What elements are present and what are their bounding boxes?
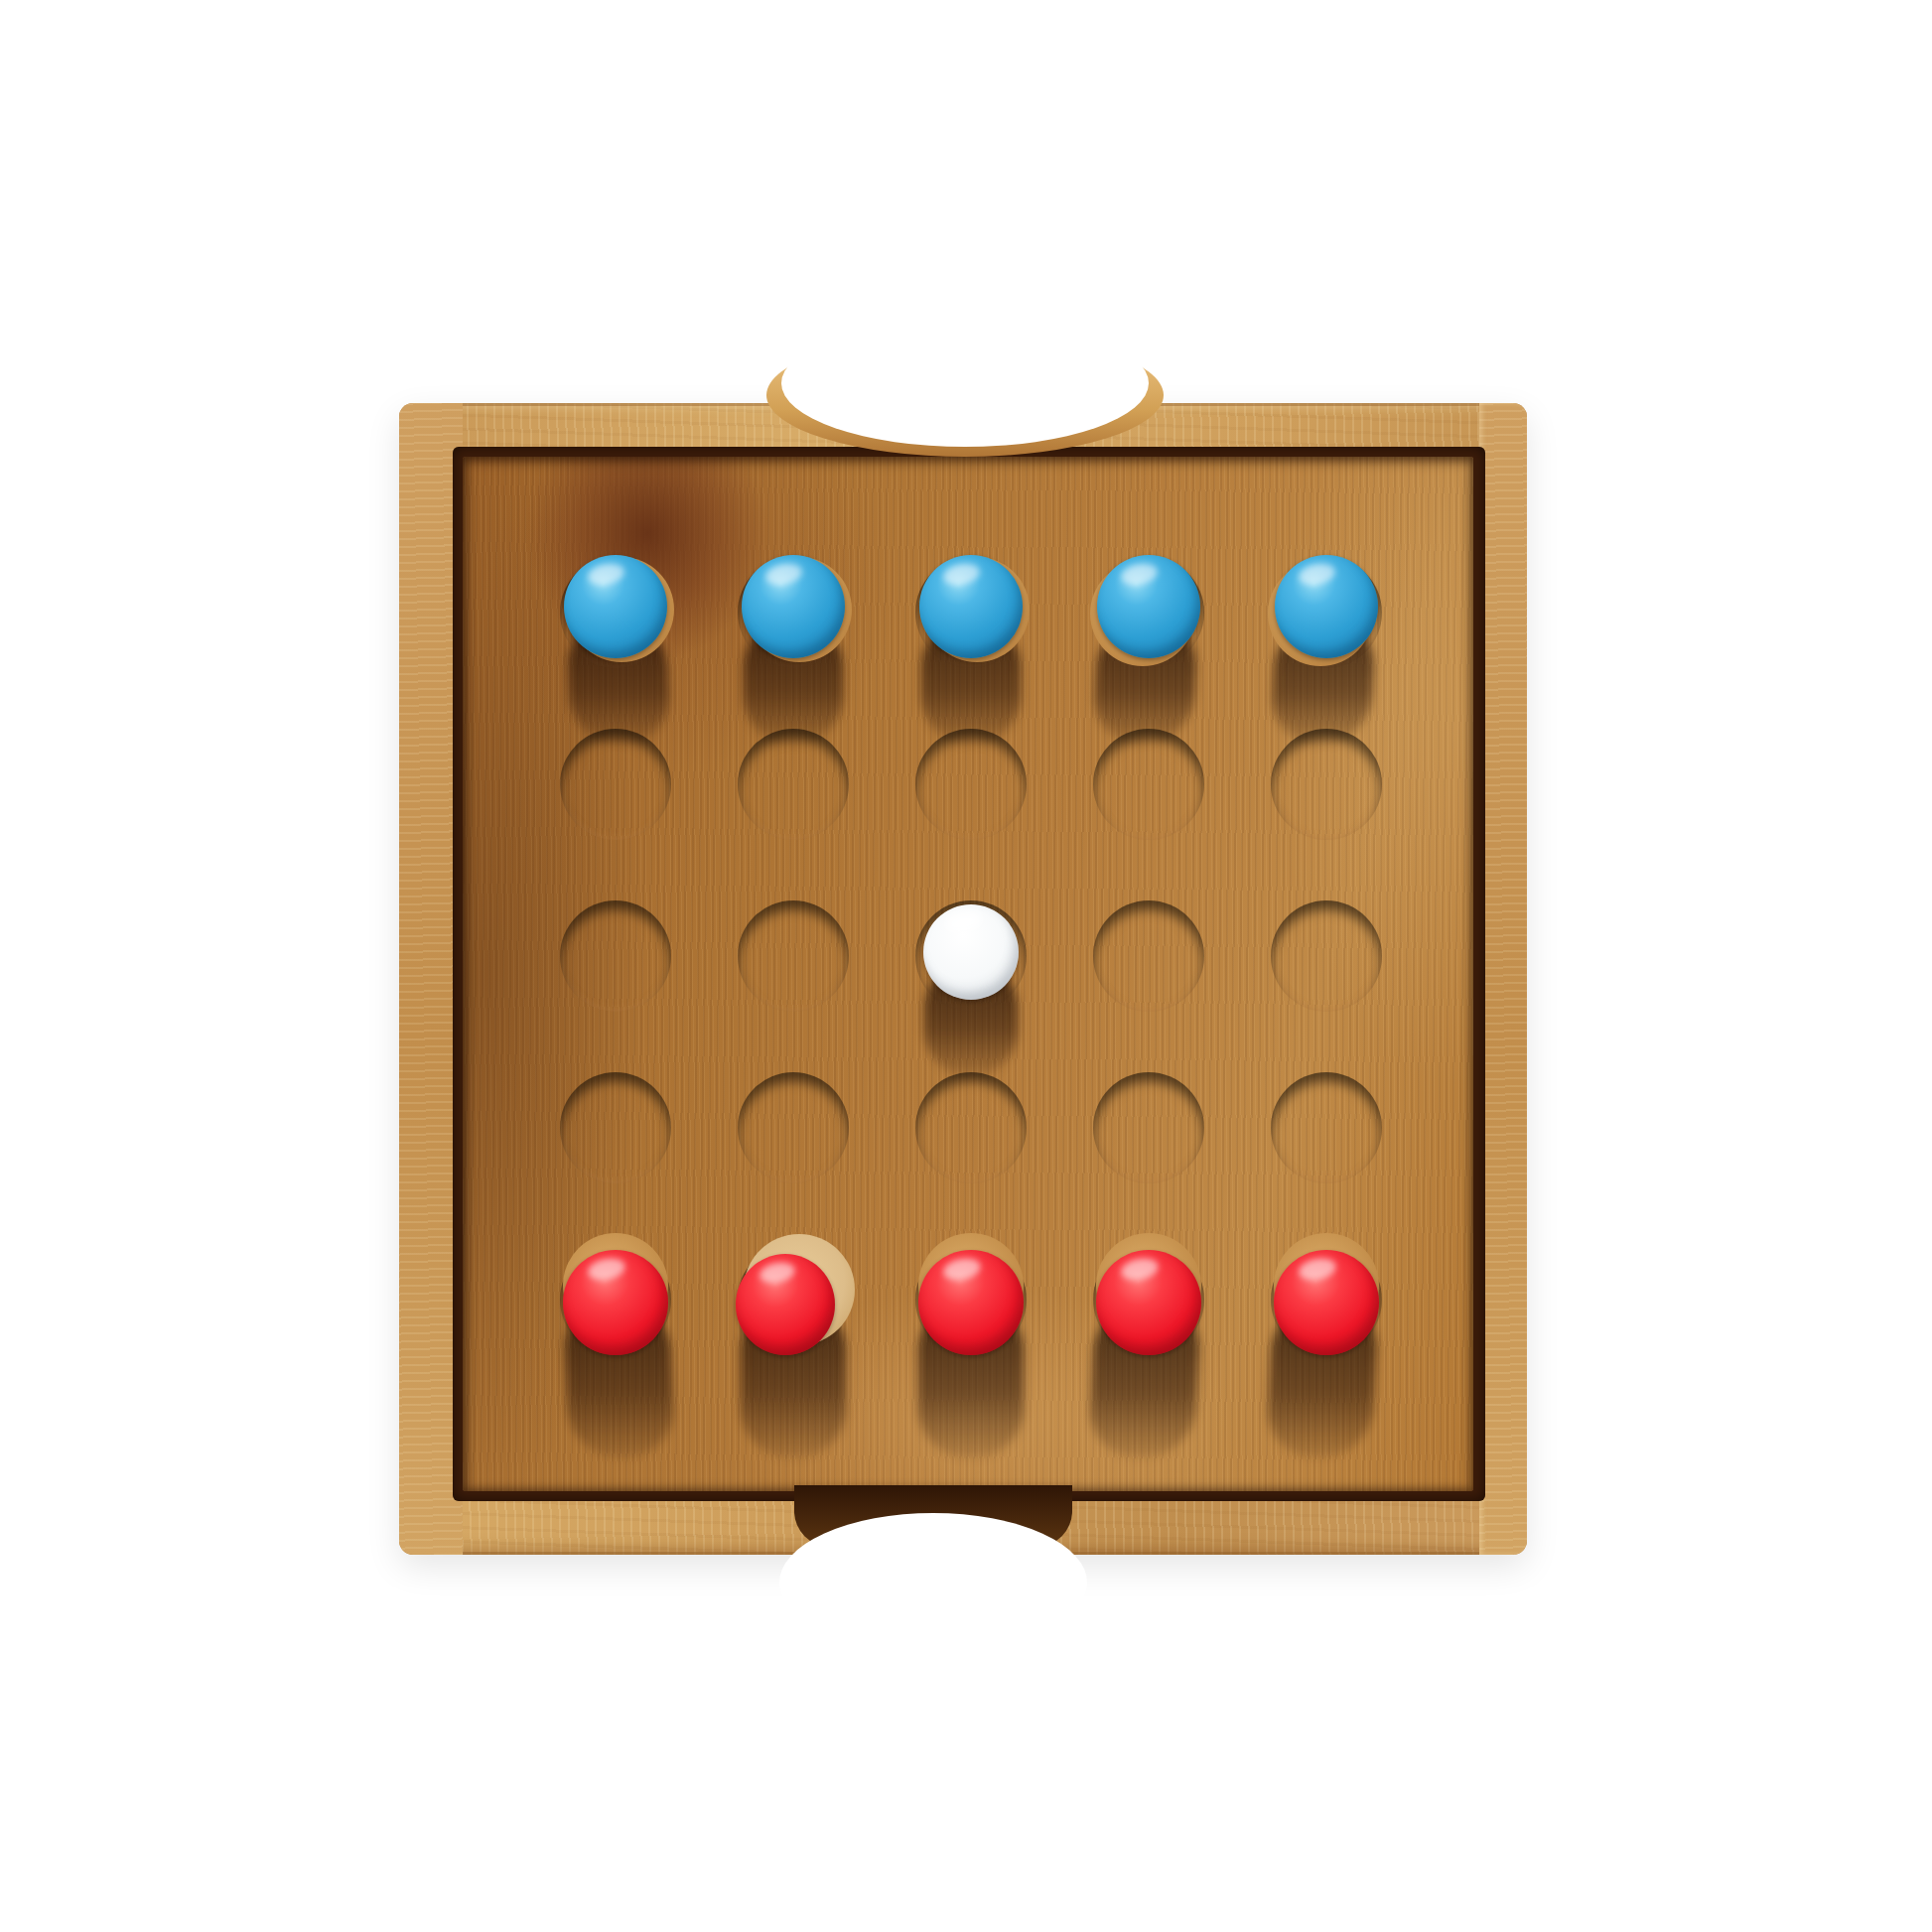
cell-r4c5[interactable] [1237,1041,1415,1213]
board-hole [560,729,671,840]
peg-cap [563,1250,668,1355]
photo-canvas [0,0,1932,1932]
cell-r1c5[interactable] [1237,526,1415,698]
cell-r2c3[interactable] [882,698,1059,870]
board-hole [560,900,671,1012]
board-hole [738,729,849,840]
board-hole [738,900,849,1012]
peg-cap [1097,555,1200,658]
cell-r5c2[interactable] [704,1213,882,1385]
peg-cap [1275,555,1378,658]
cell-r1c2[interactable] [704,526,882,698]
cell-r2c2[interactable] [704,698,882,870]
board-hole [1093,900,1204,1012]
peg-cap [564,555,667,658]
board-grid [526,526,1415,1385]
peg-cap [1096,1250,1201,1355]
board-hole [1271,1072,1382,1183]
finger-notch-bottom [779,1513,1087,1652]
cell-r1c4[interactable] [1059,526,1237,698]
cell-r2c4[interactable] [1059,698,1237,870]
cell-r3c1[interactable] [526,870,704,1041]
board-hole [738,1072,849,1183]
board-hole [1093,729,1204,840]
cell-r2c1[interactable] [526,698,704,870]
board-hole [915,729,1027,840]
cell-r5c1[interactable] [526,1213,704,1385]
cell-r3c5[interactable] [1237,870,1415,1041]
cell-r4c3[interactable] [882,1041,1059,1213]
cell-r3c2[interactable] [704,870,882,1041]
board-hole [1271,900,1382,1012]
board-hole [1093,1072,1204,1183]
cell-r3c4[interactable] [1059,870,1237,1041]
peg-cap [919,555,1023,658]
cell-r1c3[interactable] [882,526,1059,698]
board-hole [560,1072,671,1183]
cell-r2c5[interactable] [1237,698,1415,870]
finger-notch-top [781,320,1149,447]
peg-cap [736,1254,835,1355]
cell-r4c1[interactable] [526,1041,704,1213]
cell-r3c3[interactable] [882,870,1059,1041]
peg-cap [742,555,845,658]
cell-r1c1[interactable] [526,526,704,698]
board-hole [915,1072,1027,1183]
cell-r4c2[interactable] [704,1041,882,1213]
cell-r5c5[interactable] [1237,1213,1415,1385]
box-wall-right [1479,403,1527,1555]
cell-r5c4[interactable] [1059,1213,1237,1385]
peg-cap [918,1250,1024,1355]
board-hole [1271,729,1382,840]
cell-r4c4[interactable] [1059,1041,1237,1213]
peg-cap [1274,1250,1379,1355]
cell-r5c3[interactable] [882,1213,1059,1385]
peg-cap [923,904,1019,1000]
